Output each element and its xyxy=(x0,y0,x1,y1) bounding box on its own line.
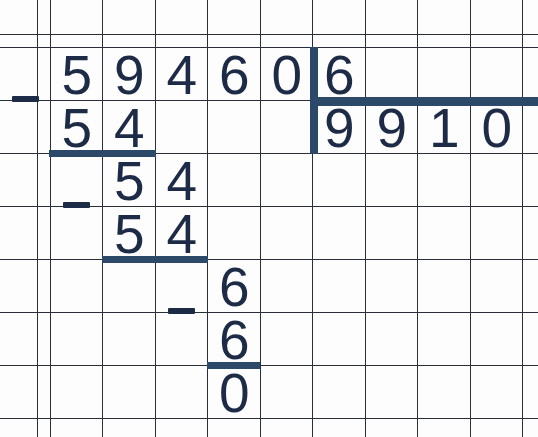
quotient-digit-3: 0 xyxy=(471,101,524,154)
dividend-digit-2-glyph: 4 xyxy=(166,48,197,103)
step1-subtrahend-digit-1-glyph: 4 xyxy=(114,101,145,156)
dividend-digit-4-glyph: 0 xyxy=(271,48,302,103)
quotient-digit-2: 1 xyxy=(418,101,471,154)
minus-sign-1-bar xyxy=(12,96,39,102)
quotient-digit-2-glyph: 1 xyxy=(429,101,460,156)
step3-subtrahend-digit-0-glyph: 6 xyxy=(219,313,250,368)
minus-sign-3 xyxy=(156,260,209,313)
step1-subtrahend-digit-1: 4 xyxy=(103,101,156,154)
subtraction-underline-2 xyxy=(102,256,208,263)
subtraction-underline-3 xyxy=(207,362,260,369)
remainder-digit-0-glyph: 0 xyxy=(219,366,250,421)
dividend-digit-2: 4 xyxy=(156,48,209,101)
quotient-digit-3-glyph: 0 xyxy=(481,101,512,156)
dividend-digit-1-glyph: 9 xyxy=(114,48,145,103)
step2-minuend-digit-1-glyph: 4 xyxy=(166,154,197,209)
division-bracket-horizontal-line xyxy=(310,97,538,106)
step3-subtrahend-digit-0: 6 xyxy=(208,313,261,366)
squared-paper-sheet: 5946065499105454660 xyxy=(0,0,538,437)
step2-subtrahend-digit-0-glyph: 5 xyxy=(114,207,145,262)
dividend-digit-3: 6 xyxy=(208,48,261,101)
dividend-digit-4: 0 xyxy=(261,48,314,101)
divisor-digit-0: 6 xyxy=(313,48,366,101)
step2-minuend-digit-0-glyph: 5 xyxy=(114,154,145,209)
quotient-digit-0-glyph: 9 xyxy=(324,101,355,156)
dividend-digit-3-glyph: 6 xyxy=(219,48,250,103)
minus-sign-2-bar xyxy=(63,202,90,208)
step2-minuend-digit-0: 5 xyxy=(103,154,156,207)
dividend-digit-0-glyph: 5 xyxy=(61,48,92,103)
quotient-digit-1-glyph: 9 xyxy=(376,101,407,156)
step1-subtrahend-digit-0-glyph: 5 xyxy=(61,101,92,156)
step1-subtrahend-digit-0: 5 xyxy=(51,101,104,154)
dividend-digit-1: 9 xyxy=(103,48,156,101)
quotient-digit-1: 9 xyxy=(366,101,419,154)
step2-subtrahend-digit-1: 4 xyxy=(156,207,209,260)
dividend-digit-0: 5 xyxy=(51,48,104,101)
divisor-digit-0-glyph: 6 xyxy=(324,48,355,103)
minus-sign-3-bar xyxy=(168,308,195,314)
subtraction-underline-1 xyxy=(49,150,156,157)
worksheet-grid: 5946065499105454660 xyxy=(0,0,538,437)
step2-subtrahend-digit-0: 5 xyxy=(103,207,156,260)
step3-minuend-digit-0-glyph: 6 xyxy=(219,260,250,315)
step2-subtrahend-digit-1-glyph: 4 xyxy=(166,207,197,262)
minus-sign-2 xyxy=(51,154,104,207)
remainder-digit-0: 0 xyxy=(208,366,261,419)
step3-minuend-digit-0: 6 xyxy=(208,260,261,313)
step2-minuend-digit-1: 4 xyxy=(156,154,209,207)
quotient-digit-0: 9 xyxy=(313,101,366,154)
minus-sign-1 xyxy=(0,48,51,101)
